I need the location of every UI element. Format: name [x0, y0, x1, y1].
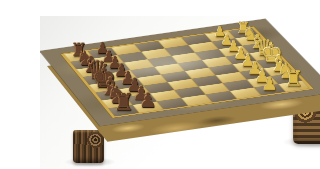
chess-set-photo: Luxury metal chess set: brass and copper… — [40, 16, 320, 169]
scene-caption: Luxury metal chess set: brass and copper… — [40, 16, 41, 17]
scroll-foot-left — [73, 130, 104, 163]
